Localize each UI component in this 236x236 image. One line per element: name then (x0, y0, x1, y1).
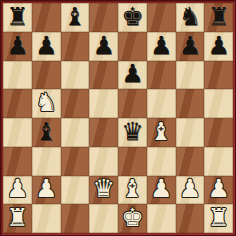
square-c4[interactable] (61, 118, 90, 147)
square-b3[interactable] (32, 147, 61, 176)
black-pawn-a7[interactable]: ♟ (6, 33, 28, 58)
square-b8[interactable] (32, 3, 61, 32)
square-c2[interactable] (61, 176, 90, 205)
square-b5[interactable]: ♞ (32, 89, 61, 118)
square-f1[interactable] (147, 204, 176, 233)
black-rook-a8[interactable]: ♜ (6, 4, 28, 29)
square-f3[interactable] (147, 147, 176, 176)
square-h2[interactable]: ♟ (204, 176, 233, 205)
square-b4[interactable]: ♝ (32, 118, 61, 147)
square-c6[interactable] (61, 61, 90, 90)
square-e3[interactable] (118, 147, 147, 176)
square-b6[interactable] (32, 61, 61, 90)
square-c3[interactable] (61, 147, 90, 176)
square-d1[interactable] (89, 204, 118, 233)
black-queen-e4[interactable]: ♛ (121, 119, 143, 144)
square-g4[interactable] (176, 118, 205, 147)
white-pawn-a2[interactable]: ♟ (6, 176, 28, 201)
square-f2[interactable]: ♟ (147, 176, 176, 205)
square-g3[interactable] (176, 147, 205, 176)
square-h6[interactable] (204, 61, 233, 90)
board-frame: ♜♝♚♞♜♟♟♟♟♟♟♟♞♝♛♝♟♟♛♝♟♟♟♜♚♜ (0, 0, 236, 236)
square-d4[interactable] (89, 118, 118, 147)
black-pawn-g7[interactable]: ♟ (179, 33, 201, 58)
square-g2[interactable]: ♟ (176, 176, 205, 205)
white-pawn-b2[interactable]: ♟ (35, 176, 57, 201)
square-c5[interactable] (61, 89, 90, 118)
black-pawn-e6[interactable]: ♟ (121, 61, 143, 86)
square-d6[interactable] (89, 61, 118, 90)
square-a1[interactable]: ♜ (3, 204, 32, 233)
square-d5[interactable] (89, 89, 118, 118)
square-a2[interactable]: ♟ (3, 176, 32, 205)
white-rook-h1[interactable]: ♜ (207, 205, 229, 230)
black-pawn-f7[interactable]: ♟ (150, 33, 172, 58)
square-b1[interactable] (32, 204, 61, 233)
square-h7[interactable]: ♟ (204, 32, 233, 61)
square-g7[interactable]: ♟ (176, 32, 205, 61)
white-pawn-g2[interactable]: ♟ (179, 176, 201, 201)
square-d2[interactable]: ♛ (89, 176, 118, 205)
square-b7[interactable]: ♟ (32, 32, 61, 61)
black-pawn-d7[interactable]: ♟ (92, 33, 114, 58)
square-e5[interactable] (118, 89, 147, 118)
square-e1[interactable]: ♚ (118, 204, 147, 233)
black-king-e8[interactable]: ♚ (121, 4, 143, 29)
square-h5[interactable] (204, 89, 233, 118)
square-d7[interactable]: ♟ (89, 32, 118, 61)
white-pawn-h2[interactable]: ♟ (207, 176, 229, 201)
black-bishop-b4[interactable]: ♝ (35, 119, 57, 144)
square-a6[interactable] (3, 61, 32, 90)
square-g8[interactable]: ♞ (176, 3, 205, 32)
square-h8[interactable]: ♜ (204, 3, 233, 32)
square-e2[interactable]: ♝ (118, 176, 147, 205)
white-king-e1[interactable]: ♚ (121, 205, 143, 230)
square-f8[interactable] (147, 3, 176, 32)
square-a7[interactable]: ♟ (3, 32, 32, 61)
square-d8[interactable] (89, 3, 118, 32)
square-h4[interactable] (204, 118, 233, 147)
square-g1[interactable] (176, 204, 205, 233)
white-rook-a1[interactable]: ♜ (6, 205, 28, 230)
square-c7[interactable] (61, 32, 90, 61)
square-h3[interactable] (204, 147, 233, 176)
square-c1[interactable] (61, 204, 90, 233)
white-knight-b5[interactable]: ♞ (35, 90, 57, 115)
square-e6[interactable]: ♟ (118, 61, 147, 90)
square-h1[interactable]: ♜ (204, 204, 233, 233)
square-e7[interactable] (118, 32, 147, 61)
white-pawn-f2[interactable]: ♟ (150, 176, 172, 201)
square-a4[interactable] (3, 118, 32, 147)
white-queen-d2[interactable]: ♛ (92, 176, 114, 201)
square-g5[interactable] (176, 89, 205, 118)
black-pawn-h7[interactable]: ♟ (207, 33, 229, 58)
square-e4[interactable]: ♛ (118, 118, 147, 147)
square-d3[interactable] (89, 147, 118, 176)
black-rook-h8[interactable]: ♜ (207, 4, 229, 29)
black-bishop-c8[interactable]: ♝ (64, 4, 86, 29)
black-pawn-b7[interactable]: ♟ (35, 33, 57, 58)
black-knight-g8[interactable]: ♞ (179, 4, 201, 29)
square-a8[interactable]: ♜ (3, 3, 32, 32)
square-f4[interactable]: ♝ (147, 118, 176, 147)
square-g6[interactable] (176, 61, 205, 90)
square-f6[interactable] (147, 61, 176, 90)
square-a3[interactable] (3, 147, 32, 176)
square-e8[interactable]: ♚ (118, 3, 147, 32)
chess-board: ♜♝♚♞♜♟♟♟♟♟♟♟♞♝♛♝♟♟♛♝♟♟♟♜♚♜ (3, 3, 233, 233)
square-c8[interactable]: ♝ (61, 3, 90, 32)
square-b2[interactable]: ♟ (32, 176, 61, 205)
white-bishop-f4[interactable]: ♝ (150, 119, 172, 144)
square-f5[interactable] (147, 89, 176, 118)
white-bishop-e2[interactable]: ♝ (121, 176, 143, 201)
square-a5[interactable] (3, 89, 32, 118)
square-f7[interactable]: ♟ (147, 32, 176, 61)
